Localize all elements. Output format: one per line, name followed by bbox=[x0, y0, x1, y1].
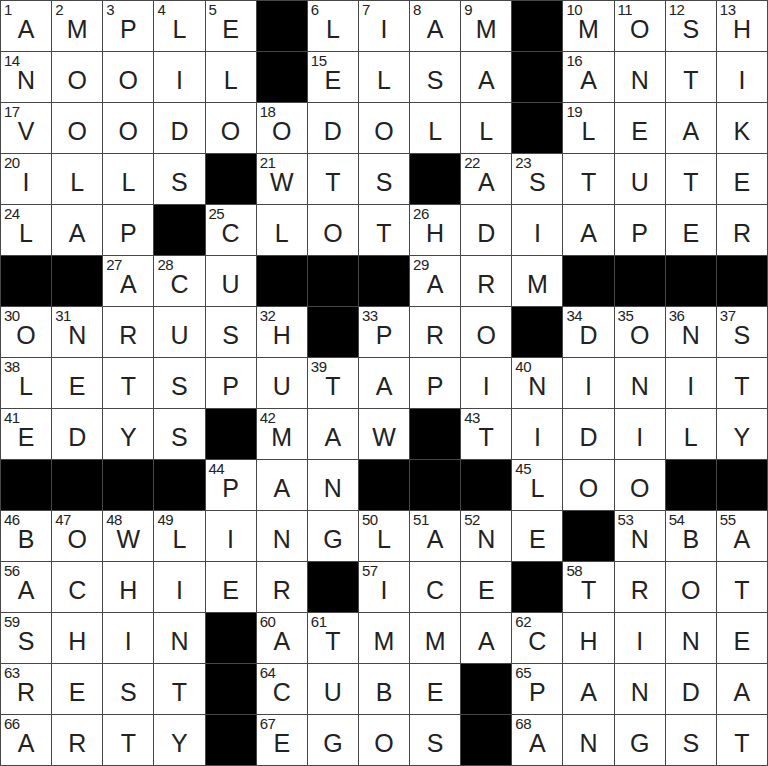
cell-r4c10[interactable]: 22A bbox=[461, 154, 511, 204]
block-r9c5 bbox=[206, 409, 256, 459]
cell-r15c3[interactable]: T bbox=[103, 715, 153, 765]
cell-r2c7[interactable]: 15E bbox=[308, 52, 358, 102]
cell-letter: S bbox=[410, 731, 460, 756]
cell-r5c5[interactable]: 25C bbox=[206, 205, 256, 255]
cell-r6c4[interactable]: 28C bbox=[154, 256, 204, 306]
cell-letter: I bbox=[563, 374, 613, 399]
cell-r9c13[interactable]: I bbox=[615, 409, 665, 459]
cell-r13c4[interactable]: N bbox=[154, 613, 204, 663]
cell-letter: R bbox=[257, 578, 307, 603]
cell-r9c2[interactable]: D bbox=[52, 409, 102, 459]
cell-letter: R bbox=[52, 731, 102, 756]
cell-letter: H bbox=[563, 629, 613, 654]
cell-r7c13[interactable]: 35O bbox=[615, 307, 665, 357]
cell-letter: I bbox=[359, 578, 409, 603]
cell-r5c1[interactable]: 24L bbox=[1, 205, 51, 255]
cell-r14c12[interactable]: A bbox=[563, 664, 613, 714]
cell-r1c9[interactable]: 8A bbox=[410, 1, 460, 51]
cell-r7c9[interactable]: R bbox=[410, 307, 460, 357]
cell-letter: L bbox=[512, 476, 562, 501]
cell-r13c2[interactable]: H bbox=[52, 613, 102, 663]
block-r2c6 bbox=[257, 52, 307, 102]
cell-r5c3[interactable]: P bbox=[103, 205, 153, 255]
cell-r5c13[interactable]: P bbox=[615, 205, 665, 255]
cell-r4c1[interactable]: 20I bbox=[1, 154, 51, 204]
cell-letter: A bbox=[563, 221, 613, 246]
block-r10c10 bbox=[461, 460, 511, 510]
cell-letter: S bbox=[1, 629, 51, 654]
cell-letter: S bbox=[359, 170, 409, 195]
cell-r6c9[interactable]: 29A bbox=[410, 256, 460, 306]
cell-letter: T bbox=[359, 221, 409, 246]
cell-r2c1[interactable]: 14N bbox=[1, 52, 51, 102]
cell-letter: N bbox=[666, 629, 716, 654]
cell-r1c15[interactable]: 13H bbox=[717, 1, 767, 51]
cell-letter: I bbox=[154, 68, 204, 93]
cell-r15c13[interactable]: G bbox=[615, 715, 665, 765]
cell-letter: C bbox=[410, 578, 460, 603]
cell-r3c12[interactable]: 19L bbox=[563, 103, 613, 153]
cell-letter: H bbox=[410, 221, 460, 246]
cell-r2c8[interactable]: L bbox=[359, 52, 409, 102]
cell-r9c6[interactable]: 42M bbox=[257, 409, 307, 459]
cell-letter: M bbox=[359, 629, 409, 654]
cell-r12c12[interactable]: 58T bbox=[563, 562, 613, 612]
cell-r15c4[interactable]: Y bbox=[154, 715, 204, 765]
cell-r13c1[interactable]: 59S bbox=[1, 613, 51, 663]
cell-letter: O bbox=[257, 119, 307, 144]
cell-r3c9[interactable]: L bbox=[410, 103, 460, 153]
cell-letter: L bbox=[359, 527, 409, 552]
cell-letter: D bbox=[308, 119, 358, 144]
cell-letter: H bbox=[103, 578, 153, 603]
cell-r2c3[interactable]: O bbox=[103, 52, 153, 102]
cell-r8c12[interactable]: I bbox=[563, 358, 613, 408]
cell-r5c7[interactable]: O bbox=[308, 205, 358, 255]
cell-letter: C bbox=[257, 680, 307, 705]
cell-r11c15[interactable]: 55A bbox=[717, 511, 767, 561]
cell-r7c15[interactable]: 37S bbox=[717, 307, 767, 357]
cell-r8c15[interactable]: T bbox=[717, 358, 767, 408]
cell-r9c12[interactable]: D bbox=[563, 409, 613, 459]
cell-r8c2[interactable]: E bbox=[52, 358, 102, 408]
cell-r14c11[interactable]: 65P bbox=[512, 664, 562, 714]
cell-r4c11[interactable]: 23S bbox=[512, 154, 562, 204]
cell-r8c13[interactable]: N bbox=[615, 358, 665, 408]
cell-r4c4[interactable]: S bbox=[154, 154, 204, 204]
cell-r14c7[interactable]: U bbox=[308, 664, 358, 714]
cell-r13c13[interactable]: I bbox=[615, 613, 665, 663]
cell-r2c10[interactable]: A bbox=[461, 52, 511, 102]
cell-letter: M bbox=[461, 17, 511, 42]
cell-r5c11[interactable]: I bbox=[512, 205, 562, 255]
cell-letter: H bbox=[717, 17, 767, 42]
cell-letter: O bbox=[359, 731, 409, 756]
cell-r15c7[interactable]: G bbox=[308, 715, 358, 765]
cell-letter: L bbox=[666, 425, 716, 450]
cell-r15c6[interactable]: 67E bbox=[257, 715, 307, 765]
cell-r3c1[interactable]: 17V bbox=[1, 103, 51, 153]
cell-r5c12[interactable]: A bbox=[563, 205, 613, 255]
cell-r13c12[interactable]: H bbox=[563, 613, 613, 663]
cell-r11c11[interactable]: E bbox=[512, 511, 562, 561]
cell-letter: E bbox=[206, 17, 256, 42]
cell-r8c9[interactable]: P bbox=[410, 358, 460, 408]
cell-letter: L bbox=[308, 17, 358, 42]
block-r6c14 bbox=[666, 256, 716, 306]
block-r3c11 bbox=[512, 103, 562, 153]
cell-r7c3[interactable]: R bbox=[103, 307, 153, 357]
cell-r15c8[interactable]: O bbox=[359, 715, 409, 765]
cell-r14c2[interactable]: E bbox=[52, 664, 102, 714]
block-r10c8 bbox=[359, 460, 409, 510]
cell-r15c11[interactable]: 68A bbox=[512, 715, 562, 765]
cell-r12c2[interactable]: C bbox=[52, 562, 102, 612]
cell-r15c1[interactable]: 66A bbox=[1, 715, 51, 765]
cell-r12c14[interactable]: O bbox=[666, 562, 716, 612]
cell-letter: P bbox=[103, 17, 153, 42]
cell-r7c14[interactable]: 36N bbox=[666, 307, 716, 357]
cell-r9c7[interactable]: A bbox=[308, 409, 358, 459]
cell-letter: O bbox=[52, 119, 102, 144]
cell-letter: L bbox=[410, 119, 460, 144]
cell-r12c5[interactable]: E bbox=[206, 562, 256, 612]
cell-letter: E bbox=[666, 221, 716, 246]
cell-letter: H bbox=[52, 629, 102, 654]
cell-r9c8[interactable]: W bbox=[359, 409, 409, 459]
cell-r3c13[interactable]: E bbox=[615, 103, 665, 153]
cell-r7c8[interactable]: 33P bbox=[359, 307, 409, 357]
cell-r8c6[interactable]: U bbox=[257, 358, 307, 408]
cell-r9c3[interactable]: Y bbox=[103, 409, 153, 459]
cell-letter: A bbox=[410, 527, 460, 552]
cell-r15c2[interactable]: R bbox=[52, 715, 102, 765]
cell-r6c11[interactable]: M bbox=[512, 256, 562, 306]
cell-r8c4[interactable]: S bbox=[154, 358, 204, 408]
cell-r11c10[interactable]: 52N bbox=[461, 511, 511, 561]
cell-r13c7[interactable]: 61T bbox=[308, 613, 358, 663]
cell-letter: T bbox=[154, 680, 204, 705]
cell-r1c13[interactable]: 11O bbox=[615, 1, 665, 51]
cell-r11c14[interactable]: 54B bbox=[666, 511, 716, 561]
cell-r14c15[interactable]: A bbox=[717, 664, 767, 714]
cell-letter: P bbox=[512, 680, 562, 705]
cell-r2c9[interactable]: S bbox=[410, 52, 460, 102]
cell-r1c4[interactable]: 4L bbox=[154, 1, 204, 51]
cell-r4c14[interactable]: T bbox=[666, 154, 716, 204]
cell-r5c6[interactable]: L bbox=[257, 205, 307, 255]
cell-letter: O bbox=[52, 527, 102, 552]
cell-r13c11[interactable]: 62C bbox=[512, 613, 562, 663]
block-r6c6 bbox=[257, 256, 307, 306]
cell-letter: M bbox=[410, 629, 460, 654]
cell-r15c12[interactable]: N bbox=[563, 715, 613, 765]
cell-letter: D bbox=[666, 680, 716, 705]
cell-letter: S bbox=[666, 731, 716, 756]
cell-r12c9[interactable]: C bbox=[410, 562, 460, 612]
cell-r2c12[interactable]: 16A bbox=[563, 52, 613, 102]
cell-letter: M bbox=[512, 272, 562, 297]
cell-letter: A bbox=[410, 17, 460, 42]
cell-r15c15[interactable]: T bbox=[717, 715, 767, 765]
block-r6c13 bbox=[615, 256, 665, 306]
cell-letter: T bbox=[461, 425, 511, 450]
cell-r9c4[interactable]: S bbox=[154, 409, 204, 459]
cell-r11c1[interactable]: 46B bbox=[1, 511, 51, 561]
cell-letter: O bbox=[615, 17, 665, 42]
cell-letter: O bbox=[206, 119, 256, 144]
cell-letter: L bbox=[563, 119, 613, 144]
cell-r10c6[interactable]: A bbox=[257, 460, 307, 510]
cell-r13c3[interactable]: I bbox=[103, 613, 153, 663]
cell-r10c12[interactable]: O bbox=[563, 460, 613, 510]
cell-r7c12[interactable]: 34D bbox=[563, 307, 613, 357]
cell-r9c10[interactable]: 43T bbox=[461, 409, 511, 459]
cell-r9c1[interactable]: 41E bbox=[1, 409, 51, 459]
cell-r4c2[interactable]: L bbox=[52, 154, 102, 204]
block-r15c5 bbox=[206, 715, 256, 765]
cell-r11c13[interactable]: 53N bbox=[615, 511, 665, 561]
cell-letter: O bbox=[666, 578, 716, 603]
cell-r7c5[interactable]: S bbox=[206, 307, 256, 357]
cell-r10c11[interactable]: 45L bbox=[512, 460, 562, 510]
cell-letter: O bbox=[563, 476, 613, 501]
cell-r15c9[interactable]: S bbox=[410, 715, 460, 765]
cell-r5c8[interactable]: T bbox=[359, 205, 409, 255]
cell-letter: G bbox=[615, 731, 665, 756]
cell-r2c14[interactable]: T bbox=[666, 52, 716, 102]
block-r14c10 bbox=[461, 664, 511, 714]
cell-r3c10[interactable]: L bbox=[461, 103, 511, 153]
cell-r8c1[interactable]: 38L bbox=[1, 358, 51, 408]
cell-letter: A bbox=[461, 68, 511, 93]
cell-r7c4[interactable]: U bbox=[154, 307, 204, 357]
cell-r14c4[interactable]: T bbox=[154, 664, 204, 714]
cell-r5c14[interactable]: E bbox=[666, 205, 716, 255]
cell-r3c7[interactable]: D bbox=[308, 103, 358, 153]
cell-letter: A bbox=[1, 578, 51, 603]
cell-letter: A bbox=[717, 527, 767, 552]
cell-r4c3[interactable]: L bbox=[103, 154, 153, 204]
cell-r12c1[interactable]: 56A bbox=[1, 562, 51, 612]
cell-r8c14[interactable]: I bbox=[666, 358, 716, 408]
cell-letter: A bbox=[461, 629, 511, 654]
cell-letter: T bbox=[563, 578, 613, 603]
block-r10c3 bbox=[103, 460, 153, 510]
cell-letter: N bbox=[308, 476, 358, 501]
block-r6c2 bbox=[52, 256, 102, 306]
cell-r12c8[interactable]: 57I bbox=[359, 562, 409, 612]
cell-r2c2[interactable]: O bbox=[52, 52, 102, 102]
cell-letter: S bbox=[717, 323, 767, 348]
block-r9c9 bbox=[410, 409, 460, 459]
cell-r13c9[interactable]: M bbox=[410, 613, 460, 663]
cell-r8c8[interactable]: A bbox=[359, 358, 409, 408]
cell-r1c7[interactable]: 6L bbox=[308, 1, 358, 51]
cell-letter: T bbox=[666, 170, 716, 195]
cell-letter: K bbox=[717, 119, 767, 144]
cell-letter: L bbox=[154, 527, 204, 552]
cell-r11c5[interactable]: I bbox=[206, 511, 256, 561]
cell-letter: I bbox=[615, 629, 665, 654]
cell-letter: N bbox=[615, 680, 665, 705]
cell-r8c7[interactable]: 39T bbox=[308, 358, 358, 408]
cell-r10c7[interactable]: N bbox=[308, 460, 358, 510]
cell-r3c2[interactable]: O bbox=[52, 103, 102, 153]
cell-r11c9[interactable]: 51A bbox=[410, 511, 460, 561]
cell-r13c14[interactable]: N bbox=[666, 613, 716, 663]
cell-r14c6[interactable]: 64C bbox=[257, 664, 307, 714]
cell-r5c10[interactable]: D bbox=[461, 205, 511, 255]
cell-r13c6[interactable]: 60A bbox=[257, 613, 307, 663]
block-r6c12 bbox=[563, 256, 613, 306]
cell-r15c14[interactable]: S bbox=[666, 715, 716, 765]
cell-r11c4[interactable]: 49L bbox=[154, 511, 204, 561]
cell-r12c10[interactable]: E bbox=[461, 562, 511, 612]
cell-r2c4[interactable]: I bbox=[154, 52, 204, 102]
block-r6c15 bbox=[717, 256, 767, 306]
cell-letter: T bbox=[717, 731, 767, 756]
cell-r5c15[interactable]: R bbox=[717, 205, 767, 255]
cell-r2c15[interactable]: I bbox=[717, 52, 767, 102]
cell-r4c15[interactable]: E bbox=[717, 154, 767, 204]
cell-r1c8[interactable]: 7I bbox=[359, 1, 409, 51]
cell-r14c1[interactable]: 63R bbox=[1, 664, 51, 714]
cell-r3c3[interactable]: O bbox=[103, 103, 153, 153]
cell-letter: B bbox=[1, 527, 51, 552]
cell-r3c15[interactable]: K bbox=[717, 103, 767, 153]
cell-r14c3[interactable]: S bbox=[103, 664, 153, 714]
cell-letter: A bbox=[563, 68, 613, 93]
cell-letter: R bbox=[1, 680, 51, 705]
cell-r1c3[interactable]: 3P bbox=[103, 1, 153, 51]
cell-letter: E bbox=[717, 629, 767, 654]
cell-r5c2[interactable]: A bbox=[52, 205, 102, 255]
cell-letter: U bbox=[257, 374, 307, 399]
cell-r8c3[interactable]: T bbox=[103, 358, 153, 408]
cell-letter: I bbox=[512, 425, 562, 450]
block-r15c10 bbox=[461, 715, 511, 765]
cell-letter: T bbox=[666, 68, 716, 93]
cell-r11c2[interactable]: 47O bbox=[52, 511, 102, 561]
cell-letter: B bbox=[666, 527, 716, 552]
cell-letter: E bbox=[410, 680, 460, 705]
cell-letter: A bbox=[461, 170, 511, 195]
cell-r3c5[interactable]: O bbox=[206, 103, 256, 153]
cell-letter: Y bbox=[154, 731, 204, 756]
cell-r1c5[interactable]: 5E bbox=[206, 1, 256, 51]
cell-letter: I bbox=[717, 68, 767, 93]
cell-letter: D bbox=[52, 425, 102, 450]
cell-r14c8[interactable]: B bbox=[359, 664, 409, 714]
cell-r9c14[interactable]: L bbox=[666, 409, 716, 459]
cell-letter: S bbox=[154, 425, 204, 450]
cell-letter: A bbox=[257, 476, 307, 501]
block-r12c11 bbox=[512, 562, 562, 612]
cell-letter: S bbox=[410, 68, 460, 93]
cell-r10c13[interactable]: O bbox=[615, 460, 665, 510]
cell-letter: U bbox=[206, 272, 256, 297]
cell-r9c11[interactable]: I bbox=[512, 409, 562, 459]
cell-letter: I bbox=[615, 425, 665, 450]
cell-letter: M bbox=[52, 17, 102, 42]
cell-r1c12[interactable]: 10M bbox=[563, 1, 613, 51]
cell-r4c12[interactable]: T bbox=[563, 154, 613, 204]
cell-r4c8[interactable]: S bbox=[359, 154, 409, 204]
cell-r3c6[interactable]: 18O bbox=[257, 103, 307, 153]
cell-letter: O bbox=[359, 119, 409, 144]
cell-r3c14[interactable]: A bbox=[666, 103, 716, 153]
cell-r12c6[interactable]: R bbox=[257, 562, 307, 612]
cell-r2c5[interactable]: L bbox=[206, 52, 256, 102]
cell-r10c5[interactable]: 44P bbox=[206, 460, 256, 510]
cell-r9c15[interactable]: Y bbox=[717, 409, 767, 459]
cell-letter: A bbox=[563, 680, 613, 705]
cell-r6c5[interactable]: U bbox=[206, 256, 256, 306]
cell-r1c10[interactable]: 9M bbox=[461, 1, 511, 51]
cell-r4c7[interactable]: T bbox=[308, 154, 358, 204]
cell-r11c8[interactable]: 50L bbox=[359, 511, 409, 561]
cell-r6c10[interactable]: R bbox=[461, 256, 511, 306]
cell-r8c10[interactable]: I bbox=[461, 358, 511, 408]
cell-r2c13[interactable]: N bbox=[615, 52, 665, 102]
cell-letter: N bbox=[615, 527, 665, 552]
cell-r12c3[interactable]: H bbox=[103, 562, 153, 612]
cell-r1c14[interactable]: 12S bbox=[666, 1, 716, 51]
cell-r13c8[interactable]: M bbox=[359, 613, 409, 663]
cell-r8c5[interactable]: P bbox=[206, 358, 256, 408]
cell-r3c4[interactable]: D bbox=[154, 103, 204, 153]
cell-letter: E bbox=[615, 119, 665, 144]
cell-letter: D bbox=[563, 425, 613, 450]
cell-letter: R bbox=[410, 323, 460, 348]
cell-letter: I bbox=[359, 17, 409, 42]
cell-r11c7[interactable]: G bbox=[308, 511, 358, 561]
cell-letter: S bbox=[154, 374, 204, 399]
cell-r4c6[interactable]: 21W bbox=[257, 154, 307, 204]
cell-r8c11[interactable]: 40N bbox=[512, 358, 562, 408]
cell-letter: A bbox=[257, 629, 307, 654]
cell-r4c13[interactable]: U bbox=[615, 154, 665, 204]
cell-r7c6[interactable]: 32H bbox=[257, 307, 307, 357]
cell-r7c1[interactable]: 30O bbox=[1, 307, 51, 357]
cell-r5c9[interactable]: 26H bbox=[410, 205, 460, 255]
cell-letter: O bbox=[615, 476, 665, 501]
cell-r6c3[interactable]: 27A bbox=[103, 256, 153, 306]
cell-r14c9[interactable]: E bbox=[410, 664, 460, 714]
block-r10c9 bbox=[410, 460, 460, 510]
cell-r1c2[interactable]: 2M bbox=[52, 1, 102, 51]
cell-r12c4[interactable]: I bbox=[154, 562, 204, 612]
cell-r7c10[interactable]: O bbox=[461, 307, 511, 357]
cell-r1c1[interactable]: 1A bbox=[1, 1, 51, 51]
cell-r11c3[interactable]: 48W bbox=[103, 511, 153, 561]
cell-r12c13[interactable]: R bbox=[615, 562, 665, 612]
block-r6c1 bbox=[1, 256, 51, 306]
cell-letter: L bbox=[103, 170, 153, 195]
cell-r14c14[interactable]: D bbox=[666, 664, 716, 714]
cell-r13c10[interactable]: A bbox=[461, 613, 511, 663]
block-r6c7 bbox=[308, 256, 358, 306]
cell-r14c13[interactable]: N bbox=[615, 664, 665, 714]
cell-r7c2[interactable]: 31N bbox=[52, 307, 102, 357]
cell-r3c8[interactable]: O bbox=[359, 103, 409, 153]
cell-r11c6[interactable]: N bbox=[257, 511, 307, 561]
cell-letter: P bbox=[359, 323, 409, 348]
cell-letter: D bbox=[563, 323, 613, 348]
cell-r13c15[interactable]: E bbox=[717, 613, 767, 663]
cell-r12c15[interactable]: T bbox=[717, 562, 767, 612]
